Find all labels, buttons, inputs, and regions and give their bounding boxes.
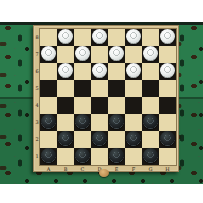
square-d8[interactable] [91, 29, 108, 46]
black-checker-g1[interactable] [143, 148, 158, 163]
brass-clasp-hinge [99, 169, 109, 177]
square-a5[interactable] [40, 80, 57, 97]
square-d1[interactable] [91, 148, 108, 165]
black-checker-a3[interactable] [41, 114, 56, 129]
square-g1[interactable] [142, 148, 159, 165]
white-checker-g7[interactable] [143, 46, 158, 61]
square-d3[interactable] [91, 114, 108, 131]
square-g5[interactable] [142, 80, 159, 97]
square-a3[interactable] [40, 114, 57, 131]
square-d2[interactable] [91, 131, 108, 148]
square-e8[interactable] [108, 29, 125, 46]
square-f4[interactable] [125, 97, 142, 114]
square-e5[interactable] [108, 80, 125, 97]
square-b8[interactable] [57, 29, 74, 46]
square-b3[interactable] [57, 114, 74, 131]
white-checker-f6[interactable] [126, 63, 141, 78]
square-b2[interactable] [57, 131, 74, 148]
square-g6[interactable] [142, 63, 159, 80]
square-b1[interactable] [57, 148, 74, 165]
square-f6[interactable] [125, 63, 142, 80]
square-d4[interactable] [91, 97, 108, 114]
square-c8[interactable] [74, 29, 91, 46]
square-d6[interactable] [91, 63, 108, 80]
square-h7[interactable] [159, 46, 176, 63]
black-checker-b2[interactable] [58, 131, 73, 146]
white-checker-b6[interactable] [58, 63, 73, 78]
square-e3[interactable] [108, 114, 125, 131]
white-checker-d6[interactable] [92, 63, 107, 78]
black-checker-f2[interactable] [126, 131, 141, 146]
square-e7[interactable] [108, 46, 125, 63]
square-a1[interactable] [40, 148, 57, 165]
square-a2[interactable] [40, 131, 57, 148]
file-label-h: H [159, 166, 176, 173]
square-c2[interactable] [74, 131, 91, 148]
white-checker-a7[interactable] [41, 46, 56, 61]
square-h1[interactable] [159, 148, 176, 165]
file-label-a: A [40, 166, 57, 173]
white-checker-b8[interactable] [58, 29, 73, 44]
square-h5[interactable] [159, 80, 176, 97]
square-f7[interactable] [125, 46, 142, 63]
square-a6[interactable] [40, 63, 57, 80]
file-label-f: F [125, 166, 142, 173]
white-checker-f8[interactable] [126, 29, 141, 44]
square-d7[interactable] [91, 46, 108, 63]
white-checker-h6[interactable] [160, 63, 175, 78]
square-c5[interactable] [74, 80, 91, 97]
square-h8[interactable] [159, 29, 176, 46]
square-f8[interactable] [125, 29, 142, 46]
black-checker-a1[interactable] [41, 148, 56, 163]
square-a7[interactable] [40, 46, 57, 63]
file-label-e: E [108, 166, 125, 173]
square-e2[interactable] [108, 131, 125, 148]
black-checker-d2[interactable] [92, 131, 107, 146]
black-checker-e3[interactable] [109, 114, 124, 129]
white-checker-e7[interactable] [109, 46, 124, 61]
white-checker-h8[interactable] [160, 29, 175, 44]
square-b4[interactable] [57, 97, 74, 114]
black-checker-c3[interactable] [75, 114, 90, 129]
square-b5[interactable] [57, 80, 74, 97]
checkers-board: 87654321 ABCDEFGH [33, 25, 179, 172]
square-g8[interactable] [142, 29, 159, 46]
square-h2[interactable] [159, 131, 176, 148]
file-label-c: C [74, 166, 91, 173]
square-g3[interactable] [142, 114, 159, 131]
square-b7[interactable] [57, 46, 74, 63]
square-c6[interactable] [74, 63, 91, 80]
black-checker-c1[interactable] [75, 148, 90, 163]
square-h6[interactable] [159, 63, 176, 80]
square-f1[interactable] [125, 148, 142, 165]
square-c3[interactable] [74, 114, 91, 131]
square-c7[interactable] [74, 46, 91, 63]
square-a8[interactable] [40, 29, 57, 46]
square-e6[interactable] [108, 63, 125, 80]
square-f3[interactable] [125, 114, 142, 131]
square-h3[interactable] [159, 114, 176, 131]
black-checker-g3[interactable] [143, 114, 158, 129]
photo-of-checkers-board: 87654321 ABCDEFGH [0, 0, 203, 203]
square-g7[interactable] [142, 46, 159, 63]
square-e4[interactable] [108, 97, 125, 114]
square-h4[interactable] [159, 97, 176, 114]
black-checker-h2[interactable] [160, 131, 175, 146]
square-e1[interactable] [108, 148, 125, 165]
square-g2[interactable] [142, 131, 159, 148]
white-checker-d8[interactable] [92, 29, 107, 44]
square-c1[interactable] [74, 148, 91, 165]
square-g4[interactable] [142, 97, 159, 114]
square-c4[interactable] [74, 97, 91, 114]
square-f2[interactable] [125, 131, 142, 148]
file-label-b: B [57, 166, 74, 173]
square-a4[interactable] [40, 97, 57, 114]
file-label-g: G [142, 166, 159, 173]
white-checker-c7[interactable] [75, 46, 90, 61]
board-squares [40, 29, 176, 165]
square-b6[interactable] [57, 63, 74, 80]
square-d5[interactable] [91, 80, 108, 97]
black-checker-e1[interactable] [109, 148, 124, 163]
square-f5[interactable] [125, 80, 142, 97]
